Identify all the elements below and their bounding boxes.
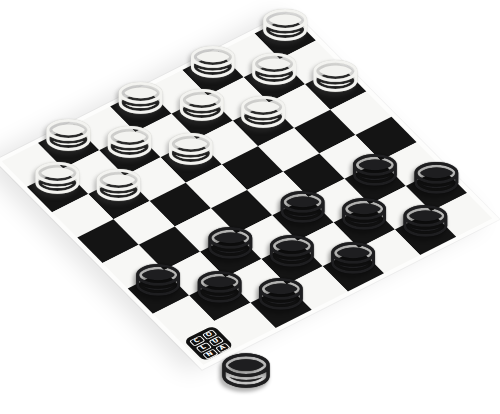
checkers-board: COLUNA [2, 15, 493, 364]
product-photo-scene: COLUNA ⛂⛂⛂⛂⛂⛂⛂⛂⛂⛂⛂⛂⛂⛂⛂⛂⛂⛂⛂⛂⛂⛂⛂⛂ [0, 0, 500, 414]
checkers-mat: COLUNA [0, 10, 500, 370]
